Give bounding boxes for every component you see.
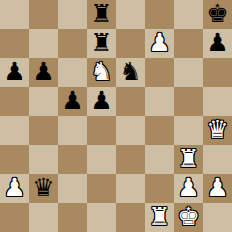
square-d8[interactable]: ♜ (87, 0, 116, 29)
square-d6[interactable]: ♞ (87, 58, 116, 87)
square-a6[interactable]: ♟ (0, 58, 29, 87)
square-c1[interactable] (58, 203, 87, 232)
piece-black-rook[interactable]: ♜ (90, 0, 112, 28)
square-f6[interactable] (145, 58, 174, 87)
square-g6[interactable] (174, 58, 203, 87)
square-h7[interactable]: ♟ (203, 29, 232, 58)
piece-white-rook[interactable]: ♜ (148, 203, 170, 231)
square-e5[interactable] (116, 87, 145, 116)
square-g4[interactable] (174, 116, 203, 145)
square-g8[interactable] (174, 0, 203, 29)
square-c4[interactable] (58, 116, 87, 145)
piece-black-king[interactable]: ♚ (206, 0, 228, 28)
piece-black-pawn[interactable]: ♟ (3, 58, 25, 86)
piece-white-queen[interactable]: ♛ (206, 116, 228, 144)
square-a1[interactable] (0, 203, 29, 232)
piece-white-king[interactable]: ♚ (177, 203, 199, 231)
square-f8[interactable] (145, 0, 174, 29)
square-c2[interactable] (58, 174, 87, 203)
square-f4[interactable] (145, 116, 174, 145)
square-e2[interactable] (116, 174, 145, 203)
square-g5[interactable] (174, 87, 203, 116)
square-c6[interactable] (58, 58, 87, 87)
square-a3[interactable] (0, 145, 29, 174)
square-c5[interactable]: ♟ (58, 87, 87, 116)
square-a7[interactable] (0, 29, 29, 58)
square-h1[interactable] (203, 203, 232, 232)
square-d7[interactable]: ♜ (87, 29, 116, 58)
square-e3[interactable] (116, 145, 145, 174)
square-a2[interactable]: ♟ (0, 174, 29, 203)
piece-black-pawn[interactable]: ♟ (61, 87, 83, 115)
square-f1[interactable]: ♜ (145, 203, 174, 232)
square-g1[interactable]: ♚ (174, 203, 203, 232)
square-b4[interactable] (29, 116, 58, 145)
square-f3[interactable] (145, 145, 174, 174)
piece-black-rook[interactable]: ♜ (90, 29, 112, 57)
square-f5[interactable] (145, 87, 174, 116)
square-b1[interactable] (29, 203, 58, 232)
square-d5[interactable]: ♟ (87, 87, 116, 116)
square-h5[interactable] (203, 87, 232, 116)
chess-board: ♜♚♜♟♟♟♟♞♞♟♟♛♜♟♛♟♟♜♚ (0, 0, 232, 232)
square-d3[interactable] (87, 145, 116, 174)
square-b5[interactable] (29, 87, 58, 116)
square-g2[interactable]: ♟ (174, 174, 203, 203)
square-d1[interactable] (87, 203, 116, 232)
piece-black-queen[interactable]: ♛ (32, 174, 54, 202)
square-c7[interactable] (58, 29, 87, 58)
square-b8[interactable] (29, 0, 58, 29)
square-a4[interactable] (0, 116, 29, 145)
square-c8[interactable] (58, 0, 87, 29)
piece-white-knight[interactable]: ♞ (90, 58, 112, 86)
piece-black-pawn[interactable]: ♟ (32, 58, 54, 86)
square-b7[interactable] (29, 29, 58, 58)
square-h6[interactable] (203, 58, 232, 87)
square-h4[interactable]: ♛ (203, 116, 232, 145)
square-e7[interactable] (116, 29, 145, 58)
square-e6[interactable]: ♞ (116, 58, 145, 87)
piece-black-pawn[interactable]: ♟ (206, 29, 228, 57)
square-e4[interactable] (116, 116, 145, 145)
square-d4[interactable] (87, 116, 116, 145)
square-d2[interactable] (87, 174, 116, 203)
piece-white-pawn[interactable]: ♟ (206, 174, 228, 202)
square-e8[interactable] (116, 0, 145, 29)
piece-white-pawn[interactable]: ♟ (148, 29, 170, 57)
square-b3[interactable] (29, 145, 58, 174)
square-h8[interactable]: ♚ (203, 0, 232, 29)
square-g7[interactable] (174, 29, 203, 58)
square-h2[interactable]: ♟ (203, 174, 232, 203)
square-c3[interactable] (58, 145, 87, 174)
square-a8[interactable] (0, 0, 29, 29)
square-g3[interactable]: ♜ (174, 145, 203, 174)
square-a5[interactable] (0, 87, 29, 116)
piece-black-pawn[interactable]: ♟ (90, 87, 112, 115)
piece-white-pawn[interactable]: ♟ (177, 174, 199, 202)
square-h3[interactable] (203, 145, 232, 174)
square-b2[interactable]: ♛ (29, 174, 58, 203)
square-b6[interactable]: ♟ (29, 58, 58, 87)
square-f7[interactable]: ♟ (145, 29, 174, 58)
piece-black-knight[interactable]: ♞ (119, 58, 141, 86)
square-f2[interactable] (145, 174, 174, 203)
square-e1[interactable] (116, 203, 145, 232)
piece-white-rook[interactable]: ♜ (177, 145, 199, 173)
piece-white-pawn[interactable]: ♟ (3, 174, 25, 202)
